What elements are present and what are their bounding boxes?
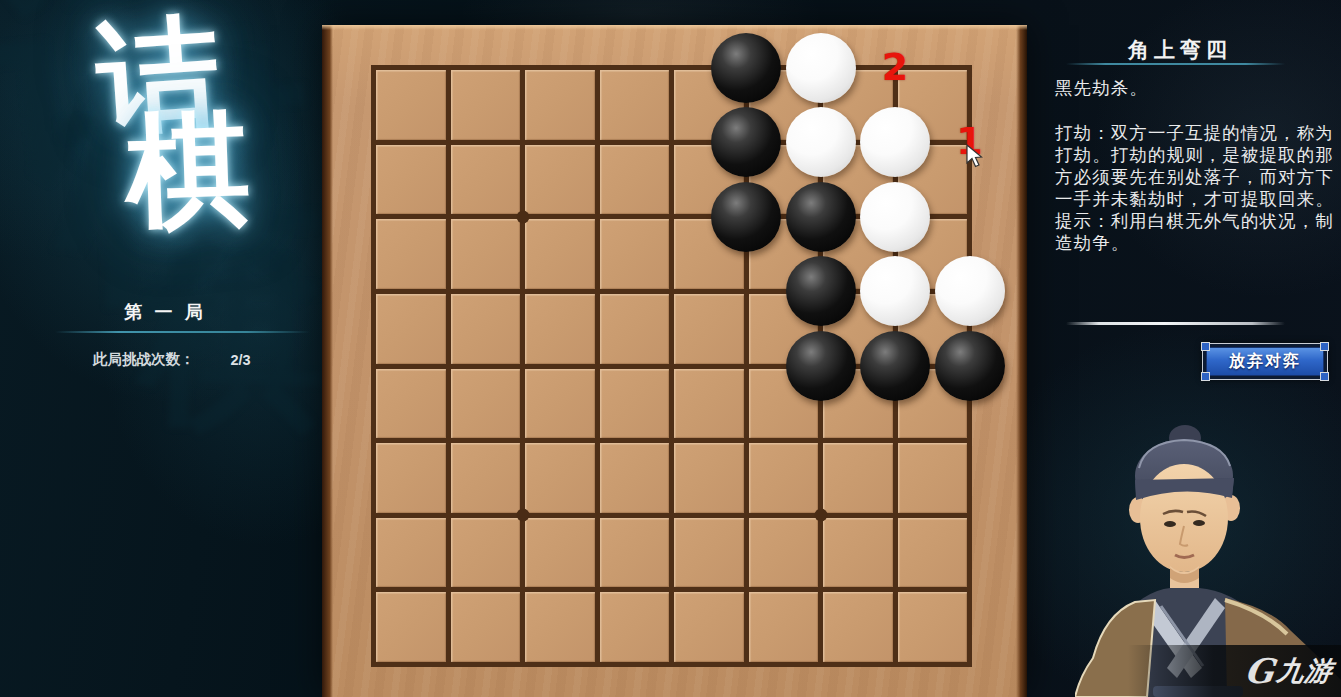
board-cell xyxy=(674,145,744,215)
attempts-label: 此局挑战次数： xyxy=(93,350,195,369)
board-cell xyxy=(600,443,670,513)
board-cell xyxy=(823,70,893,140)
give-up-button[interactable]: 放弃对弈 xyxy=(1202,343,1328,380)
board-right-edge xyxy=(1016,25,1027,697)
board-cell xyxy=(525,369,595,439)
board-cell xyxy=(674,294,744,364)
button-corner-ornament xyxy=(1201,372,1210,381)
board-cell xyxy=(525,145,595,215)
board-cell xyxy=(749,443,819,513)
board-cell xyxy=(525,219,595,289)
board-cell xyxy=(451,145,521,215)
board-cell xyxy=(823,294,893,364)
calligraphy-title-char: 棋 xyxy=(124,106,252,234)
title-underline xyxy=(1066,63,1285,65)
board-cell xyxy=(749,518,819,588)
board-cell xyxy=(376,369,446,439)
board-cell xyxy=(376,443,446,513)
board-cell xyxy=(451,70,521,140)
board-cell xyxy=(898,219,968,289)
board-cell xyxy=(451,518,521,588)
board-cell xyxy=(451,219,521,289)
board-cell xyxy=(600,518,670,588)
board-cell xyxy=(525,443,595,513)
board-cell xyxy=(525,518,595,588)
board-cell xyxy=(451,592,521,662)
board-cell xyxy=(600,294,670,364)
board-cell xyxy=(823,518,893,588)
board-cell xyxy=(823,219,893,289)
puzzle-text-line: 打劫：双方一子互提的情况，称为 xyxy=(1055,122,1341,144)
board-left-edge xyxy=(322,25,333,697)
panel-divider xyxy=(1066,322,1285,325)
attempts-row: 此局挑战次数： 2/3 xyxy=(93,350,251,369)
attempts-value: 2/3 xyxy=(231,352,251,368)
board-cell xyxy=(376,219,446,289)
board-cell xyxy=(376,294,446,364)
board-cell xyxy=(376,70,446,140)
board-cell xyxy=(898,294,968,364)
board-cell xyxy=(898,145,968,215)
board-cell xyxy=(525,592,595,662)
board-cell xyxy=(525,70,595,140)
puzzle-text-line: 方必须要先在别处落子，而对方下 xyxy=(1055,166,1341,188)
board-cell xyxy=(451,294,521,364)
board-cell xyxy=(749,70,819,140)
board-top-highlight xyxy=(322,25,1027,30)
button-corner-ornament xyxy=(1320,372,1329,381)
board-cell xyxy=(749,145,819,215)
board-cell xyxy=(525,294,595,364)
button-corner-ornament xyxy=(1201,342,1210,351)
board-cell xyxy=(674,518,744,588)
board-cell xyxy=(898,369,968,439)
board-cell xyxy=(600,145,670,215)
board-cell xyxy=(749,219,819,289)
board-cell xyxy=(600,369,670,439)
give-up-button-label: 放弃对弈 xyxy=(1206,347,1324,376)
board-cell xyxy=(823,369,893,439)
mouse-cursor-icon xyxy=(966,144,988,168)
board-cell xyxy=(451,369,521,439)
9game-logo-text: 九游 xyxy=(1275,658,1335,685)
board-cell xyxy=(749,294,819,364)
board-cell xyxy=(451,443,521,513)
board-cell xyxy=(376,518,446,588)
button-corner-ornament xyxy=(1320,342,1329,351)
puzzle-text-line: 提示：利用白棋无外气的状况，制 xyxy=(1055,210,1341,232)
puzzle-text-line: 一手并未黏劫时，才可提取回来。 xyxy=(1055,188,1341,210)
board-cell xyxy=(674,443,744,513)
round-label: 第 一 局 xyxy=(70,300,260,324)
puzzle-text-line: 打劫。打劫的规则，是被提取的那 xyxy=(1055,144,1341,166)
board-cell xyxy=(823,592,893,662)
board-cell xyxy=(898,518,968,588)
left-panel: 诘 棋 棋 诘 棋 第 一 局 此局挑战次数： 2/3 xyxy=(0,0,335,697)
board-cell xyxy=(749,592,819,662)
puzzle-title: 角上弯四 xyxy=(1040,36,1320,64)
board-cell xyxy=(376,592,446,662)
board-cell xyxy=(823,443,893,513)
board-cell xyxy=(898,443,968,513)
board-cell xyxy=(600,70,670,140)
board-cell xyxy=(674,219,744,289)
board-cell xyxy=(823,145,893,215)
puzzle-rules-text: 打劫：双方一子互提的情况，称为打劫。打劫的规则，是被提取的那方必须要先在别处落子… xyxy=(1055,122,1341,254)
board-cell xyxy=(898,592,968,662)
board-cell xyxy=(674,592,744,662)
board-cell xyxy=(674,369,744,439)
board-cell xyxy=(898,70,968,140)
9game-logo-icon: G xyxy=(1243,654,1277,688)
board-cell xyxy=(749,369,819,439)
puzzle-goal-text: 黑先劫杀。 xyxy=(1055,76,1148,100)
ink-calligraphy-shadow: 棋 xyxy=(137,247,328,438)
game-background: 诘 棋 棋 诘 棋 第 一 局 此局挑战次数： 2/3 21 角上弯四 黑先劫杀… xyxy=(0,0,1341,697)
board-cell xyxy=(674,70,744,140)
board-cell xyxy=(376,145,446,215)
puzzle-text-line: 造劫争。 xyxy=(1055,232,1341,254)
left-divider xyxy=(55,331,310,333)
watermark-bar: G 九游 xyxy=(1128,645,1341,697)
goban-grid[interactable] xyxy=(371,65,972,667)
board-cell xyxy=(600,219,670,289)
board-cell xyxy=(600,592,670,662)
